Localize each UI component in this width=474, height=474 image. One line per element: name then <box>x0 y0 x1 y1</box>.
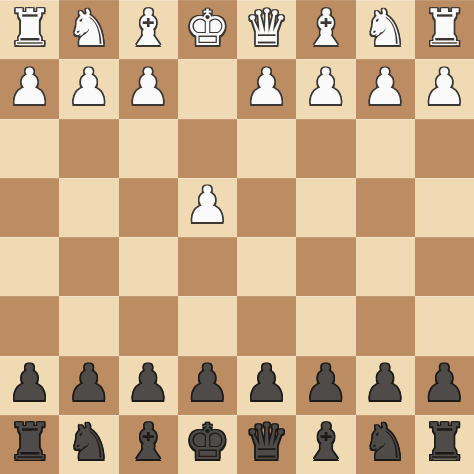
piece-white-pawn[interactable]: ♟ <box>363 62 408 112</box>
square-a1[interactable]: ♜ <box>415 0 474 59</box>
piece-black-pawn[interactable]: ♟ <box>363 358 408 408</box>
piece-white-bishop[interactable]: ♝ <box>303 3 348 53</box>
square-d4[interactable] <box>237 178 296 237</box>
square-c3[interactable] <box>296 119 355 178</box>
piece-white-king[interactable]: ♚ <box>185 3 230 53</box>
square-h1[interactable]: ♜ <box>0 0 59 59</box>
square-g7[interactable]: ♟ <box>59 356 118 415</box>
square-g6[interactable] <box>59 296 118 355</box>
square-h2[interactable]: ♟ <box>0 59 59 118</box>
piece-black-pawn[interactable]: ♟ <box>303 358 348 408</box>
chess-board-container: ♜♞♝♚♛♝♞♜♟♟♟♟♟♟♟♟♟♟♟♟♟♟♟♟♜♞♝♚♛♝♞♜ <box>0 0 474 474</box>
square-h7[interactable]: ♟ <box>0 356 59 415</box>
piece-white-pawn[interactable]: ♟ <box>126 62 171 112</box>
piece-black-pawn[interactable]: ♟ <box>7 358 52 408</box>
square-b3[interactable] <box>356 119 415 178</box>
square-c5[interactable] <box>296 237 355 296</box>
square-h4[interactable] <box>0 178 59 237</box>
square-d8[interactable]: ♛ <box>237 415 296 474</box>
square-f1[interactable]: ♝ <box>119 0 178 59</box>
piece-black-pawn[interactable]: ♟ <box>126 358 171 408</box>
square-a6[interactable] <box>415 296 474 355</box>
piece-white-rook[interactable]: ♜ <box>7 3 52 53</box>
piece-black-knight[interactable]: ♞ <box>363 417 408 467</box>
square-c6[interactable] <box>296 296 355 355</box>
square-a8[interactable]: ♜ <box>415 415 474 474</box>
square-f2[interactable]: ♟ <box>119 59 178 118</box>
piece-black-queen[interactable]: ♛ <box>244 417 289 467</box>
piece-black-rook[interactable]: ♜ <box>422 417 467 467</box>
piece-black-pawn[interactable]: ♟ <box>244 358 289 408</box>
square-c8[interactable]: ♝ <box>296 415 355 474</box>
square-d2[interactable]: ♟ <box>237 59 296 118</box>
square-f4[interactable] <box>119 178 178 237</box>
square-g8[interactable]: ♞ <box>59 415 118 474</box>
square-f3[interactable] <box>119 119 178 178</box>
square-b1[interactable]: ♞ <box>356 0 415 59</box>
piece-black-knight[interactable]: ♞ <box>66 417 111 467</box>
square-b6[interactable] <box>356 296 415 355</box>
piece-white-pawn[interactable]: ♟ <box>244 62 289 112</box>
square-e5[interactable] <box>178 237 237 296</box>
square-d3[interactable] <box>237 119 296 178</box>
square-d7[interactable]: ♟ <box>237 356 296 415</box>
square-g4[interactable] <box>59 178 118 237</box>
piece-white-rook[interactable]: ♜ <box>422 3 467 53</box>
square-f6[interactable] <box>119 296 178 355</box>
piece-white-knight[interactable]: ♞ <box>363 3 408 53</box>
piece-black-pawn[interactable]: ♟ <box>185 358 230 408</box>
square-d1[interactable]: ♛ <box>237 0 296 59</box>
chess-board: ♜♞♝♚♛♝♞♜♟♟♟♟♟♟♟♟♟♟♟♟♟♟♟♟♜♞♝♚♛♝♞♜ <box>0 0 474 474</box>
square-a4[interactable] <box>415 178 474 237</box>
piece-white-pawn[interactable]: ♟ <box>185 180 230 230</box>
square-h5[interactable] <box>0 237 59 296</box>
square-e4[interactable]: ♟ <box>178 178 237 237</box>
square-e3[interactable] <box>178 119 237 178</box>
piece-black-king[interactable]: ♚ <box>185 417 230 467</box>
square-a7[interactable]: ♟ <box>415 356 474 415</box>
square-c2[interactable]: ♟ <box>296 59 355 118</box>
square-b8[interactable]: ♞ <box>356 415 415 474</box>
square-h8[interactable]: ♜ <box>0 415 59 474</box>
square-g2[interactable]: ♟ <box>59 59 118 118</box>
square-e2[interactable] <box>178 59 237 118</box>
piece-white-knight[interactable]: ♞ <box>66 3 111 53</box>
square-e6[interactable] <box>178 296 237 355</box>
piece-white-bishop[interactable]: ♝ <box>126 3 171 53</box>
square-a3[interactable] <box>415 119 474 178</box>
square-d5[interactable] <box>237 237 296 296</box>
piece-black-bishop[interactable]: ♝ <box>303 417 348 467</box>
square-e7[interactable]: ♟ <box>178 356 237 415</box>
piece-white-pawn[interactable]: ♟ <box>66 62 111 112</box>
piece-white-pawn[interactable]: ♟ <box>7 62 52 112</box>
square-d6[interactable] <box>237 296 296 355</box>
square-a2[interactable]: ♟ <box>415 59 474 118</box>
square-e1[interactable]: ♚ <box>178 0 237 59</box>
square-h3[interactable] <box>0 119 59 178</box>
square-b5[interactable] <box>356 237 415 296</box>
square-e8[interactable]: ♚ <box>178 415 237 474</box>
piece-white-pawn[interactable]: ♟ <box>422 62 467 112</box>
piece-black-pawn[interactable]: ♟ <box>422 358 467 408</box>
square-c1[interactable]: ♝ <box>296 0 355 59</box>
square-h6[interactable] <box>0 296 59 355</box>
square-f7[interactable]: ♟ <box>119 356 178 415</box>
square-f8[interactable]: ♝ <box>119 415 178 474</box>
square-a5[interactable] <box>415 237 474 296</box>
square-c7[interactable]: ♟ <box>296 356 355 415</box>
piece-black-pawn[interactable]: ♟ <box>66 358 111 408</box>
square-g5[interactable] <box>59 237 118 296</box>
square-f5[interactable] <box>119 237 178 296</box>
piece-black-rook[interactable]: ♜ <box>7 417 52 467</box>
square-b7[interactable]: ♟ <box>356 356 415 415</box>
square-g1[interactable]: ♞ <box>59 0 118 59</box>
square-b4[interactable] <box>356 178 415 237</box>
piece-white-pawn[interactable]: ♟ <box>303 62 348 112</box>
piece-white-queen[interactable]: ♛ <box>244 3 289 53</box>
square-c4[interactable] <box>296 178 355 237</box>
piece-black-bishop[interactable]: ♝ <box>126 417 171 467</box>
square-g3[interactable] <box>59 119 118 178</box>
square-b2[interactable]: ♟ <box>356 59 415 118</box>
